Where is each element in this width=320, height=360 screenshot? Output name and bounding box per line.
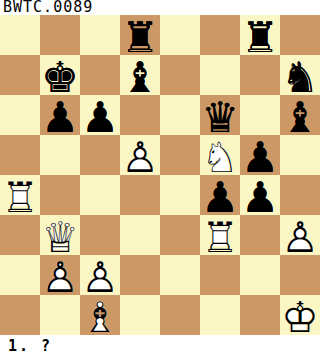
black-rook-g8: ♜ [240, 18, 280, 58]
white-pawn-d5-outline: ♙ [120, 138, 160, 178]
square-g1[interactable] [240, 295, 280, 335]
square-e7[interactable] [160, 55, 200, 95]
square-e6[interactable] [160, 95, 200, 135]
square-g4[interactable]: ♟♙ [240, 175, 280, 215]
square-e4[interactable] [160, 175, 200, 215]
square-d2[interactable] [120, 255, 160, 295]
square-h3[interactable]: ♟♙ [280, 215, 320, 255]
black-pawn-g4-outline: ♙ [240, 178, 280, 218]
square-g5[interactable]: ♟♙ [240, 135, 280, 175]
square-h7[interactable]: ♞♘ [280, 55, 320, 95]
square-e8[interactable] [160, 15, 200, 55]
move-prompt: 1. ? [8, 337, 52, 355]
chess-board: ♜♖♜♖♚♔♝♗♞♘♟♙♟♙♛♕♝♗♟♙♞♘♟♙♜♖♟♙♟♙♛♕♜♖♟♙♟♙♟♙… [0, 15, 320, 335]
black-pawn-c6-outline: ♙ [80, 98, 120, 138]
square-a1[interactable] [0, 295, 40, 335]
black-rook-d8: ♜ [120, 18, 160, 58]
black-queen-f6: ♛ [200, 98, 240, 138]
white-rook-a4: ♜ [0, 178, 40, 218]
square-c1[interactable]: ♝♗ [80, 295, 120, 335]
square-f3[interactable]: ♜♖ [200, 215, 240, 255]
square-e2[interactable] [160, 255, 200, 295]
white-pawn-d5: ♟ [120, 138, 160, 178]
black-pawn-b6-outline: ♙ [40, 98, 80, 138]
white-bishop-c1-outline: ♗ [80, 298, 120, 338]
square-h6[interactable]: ♝♗ [280, 95, 320, 135]
square-e5[interactable] [160, 135, 200, 175]
square-a6[interactable] [0, 95, 40, 135]
square-f6[interactable]: ♛♕ [200, 95, 240, 135]
square-c4[interactable] [80, 175, 120, 215]
black-pawn-g4: ♟ [240, 178, 280, 218]
square-e1[interactable] [160, 295, 200, 335]
black-pawn-b6: ♟ [40, 98, 80, 138]
black-bishop-h6: ♝ [280, 98, 320, 138]
square-g2[interactable] [240, 255, 280, 295]
square-h2[interactable] [280, 255, 320, 295]
square-g8[interactable]: ♜♖ [240, 15, 280, 55]
square-b3[interactable]: ♛♕ [40, 215, 80, 255]
square-c5[interactable] [80, 135, 120, 175]
white-rook-f3-outline: ♖ [200, 218, 240, 258]
square-d5[interactable]: ♟♙ [120, 135, 160, 175]
white-pawn-h3: ♟ [280, 218, 320, 258]
black-bishop-d7-outline: ♗ [120, 58, 160, 98]
square-a3[interactable] [0, 215, 40, 255]
square-a2[interactable] [0, 255, 40, 295]
white-rook-a4-outline: ♖ [0, 178, 40, 218]
black-king-b7: ♚ [40, 58, 80, 98]
white-queen-b3: ♛ [40, 218, 80, 258]
black-pawn-f4: ♟ [200, 178, 240, 218]
square-g7[interactable] [240, 55, 280, 95]
square-c8[interactable] [80, 15, 120, 55]
square-f8[interactable] [200, 15, 240, 55]
square-d6[interactable] [120, 95, 160, 135]
square-h5[interactable] [280, 135, 320, 175]
square-d1[interactable] [120, 295, 160, 335]
square-b2[interactable]: ♟♙ [40, 255, 80, 295]
square-a4[interactable]: ♜♖ [0, 175, 40, 215]
black-bishop-h6-outline: ♗ [280, 98, 320, 138]
square-a7[interactable] [0, 55, 40, 95]
white-king-h1-outline: ♔ [280, 298, 320, 338]
square-b1[interactable] [40, 295, 80, 335]
white-queen-b3-outline: ♕ [40, 218, 80, 258]
black-bishop-d7: ♝ [120, 58, 160, 98]
square-h1[interactable]: ♚♔ [280, 295, 320, 335]
square-a8[interactable] [0, 15, 40, 55]
white-pawn-c2-outline: ♙ [80, 258, 120, 298]
black-pawn-c6: ♟ [80, 98, 120, 138]
square-h4[interactable] [280, 175, 320, 215]
black-knight-h7-outline: ♘ [280, 58, 320, 98]
black-knight-h7: ♞ [280, 58, 320, 98]
square-f4[interactable]: ♟♙ [200, 175, 240, 215]
square-f1[interactable] [200, 295, 240, 335]
square-b6[interactable]: ♟♙ [40, 95, 80, 135]
black-king-b7-outline: ♔ [40, 58, 80, 98]
white-king-h1: ♚ [280, 298, 320, 338]
square-b7[interactable]: ♚♔ [40, 55, 80, 95]
white-knight-f5: ♞ [200, 138, 240, 178]
square-d3[interactable] [120, 215, 160, 255]
black-pawn-f4-outline: ♙ [200, 178, 240, 218]
white-rook-f3: ♜ [200, 218, 240, 258]
black-pawn-g5-outline: ♙ [240, 138, 280, 178]
white-bishop-c1: ♝ [80, 298, 120, 338]
square-b5[interactable] [40, 135, 80, 175]
black-rook-d8-outline: ♖ [120, 18, 160, 58]
black-rook-g8-outline: ♖ [240, 18, 280, 58]
chess-puzzle-window: BWTC.0089 ♜♖♜♖♚♔♝♗♞♘♟♙♟♙♛♕♝♗♟♙♞♘♟♙♜♖♟♙♟♙… [0, 0, 320, 360]
square-d8[interactable]: ♜♖ [120, 15, 160, 55]
white-pawn-b2: ♟ [40, 258, 80, 298]
square-d7[interactable]: ♝♗ [120, 55, 160, 95]
black-queen-f6-outline: ♕ [200, 98, 240, 138]
square-h8[interactable] [280, 15, 320, 55]
white-pawn-h3-outline: ♙ [280, 218, 320, 258]
white-knight-f5-outline: ♘ [200, 138, 240, 178]
white-pawn-c2: ♟ [80, 258, 120, 298]
square-c6[interactable]: ♟♙ [80, 95, 120, 135]
square-e3[interactable] [160, 215, 200, 255]
square-d4[interactable] [120, 175, 160, 215]
square-b4[interactable] [40, 175, 80, 215]
square-f2[interactable] [200, 255, 240, 295]
square-g3[interactable] [240, 215, 280, 255]
white-pawn-b2-outline: ♙ [40, 258, 80, 298]
square-f7[interactable] [200, 55, 240, 95]
square-b8[interactable] [40, 15, 80, 55]
square-a5[interactable] [0, 135, 40, 175]
square-f5[interactable]: ♞♘ [200, 135, 240, 175]
puzzle-id: BWTC.0089 [3, 0, 93, 15]
square-c3[interactable] [80, 215, 120, 255]
square-c7[interactable] [80, 55, 120, 95]
square-g6[interactable] [240, 95, 280, 135]
black-pawn-g5: ♟ [240, 138, 280, 178]
square-c2[interactable]: ♟♙ [80, 255, 120, 295]
